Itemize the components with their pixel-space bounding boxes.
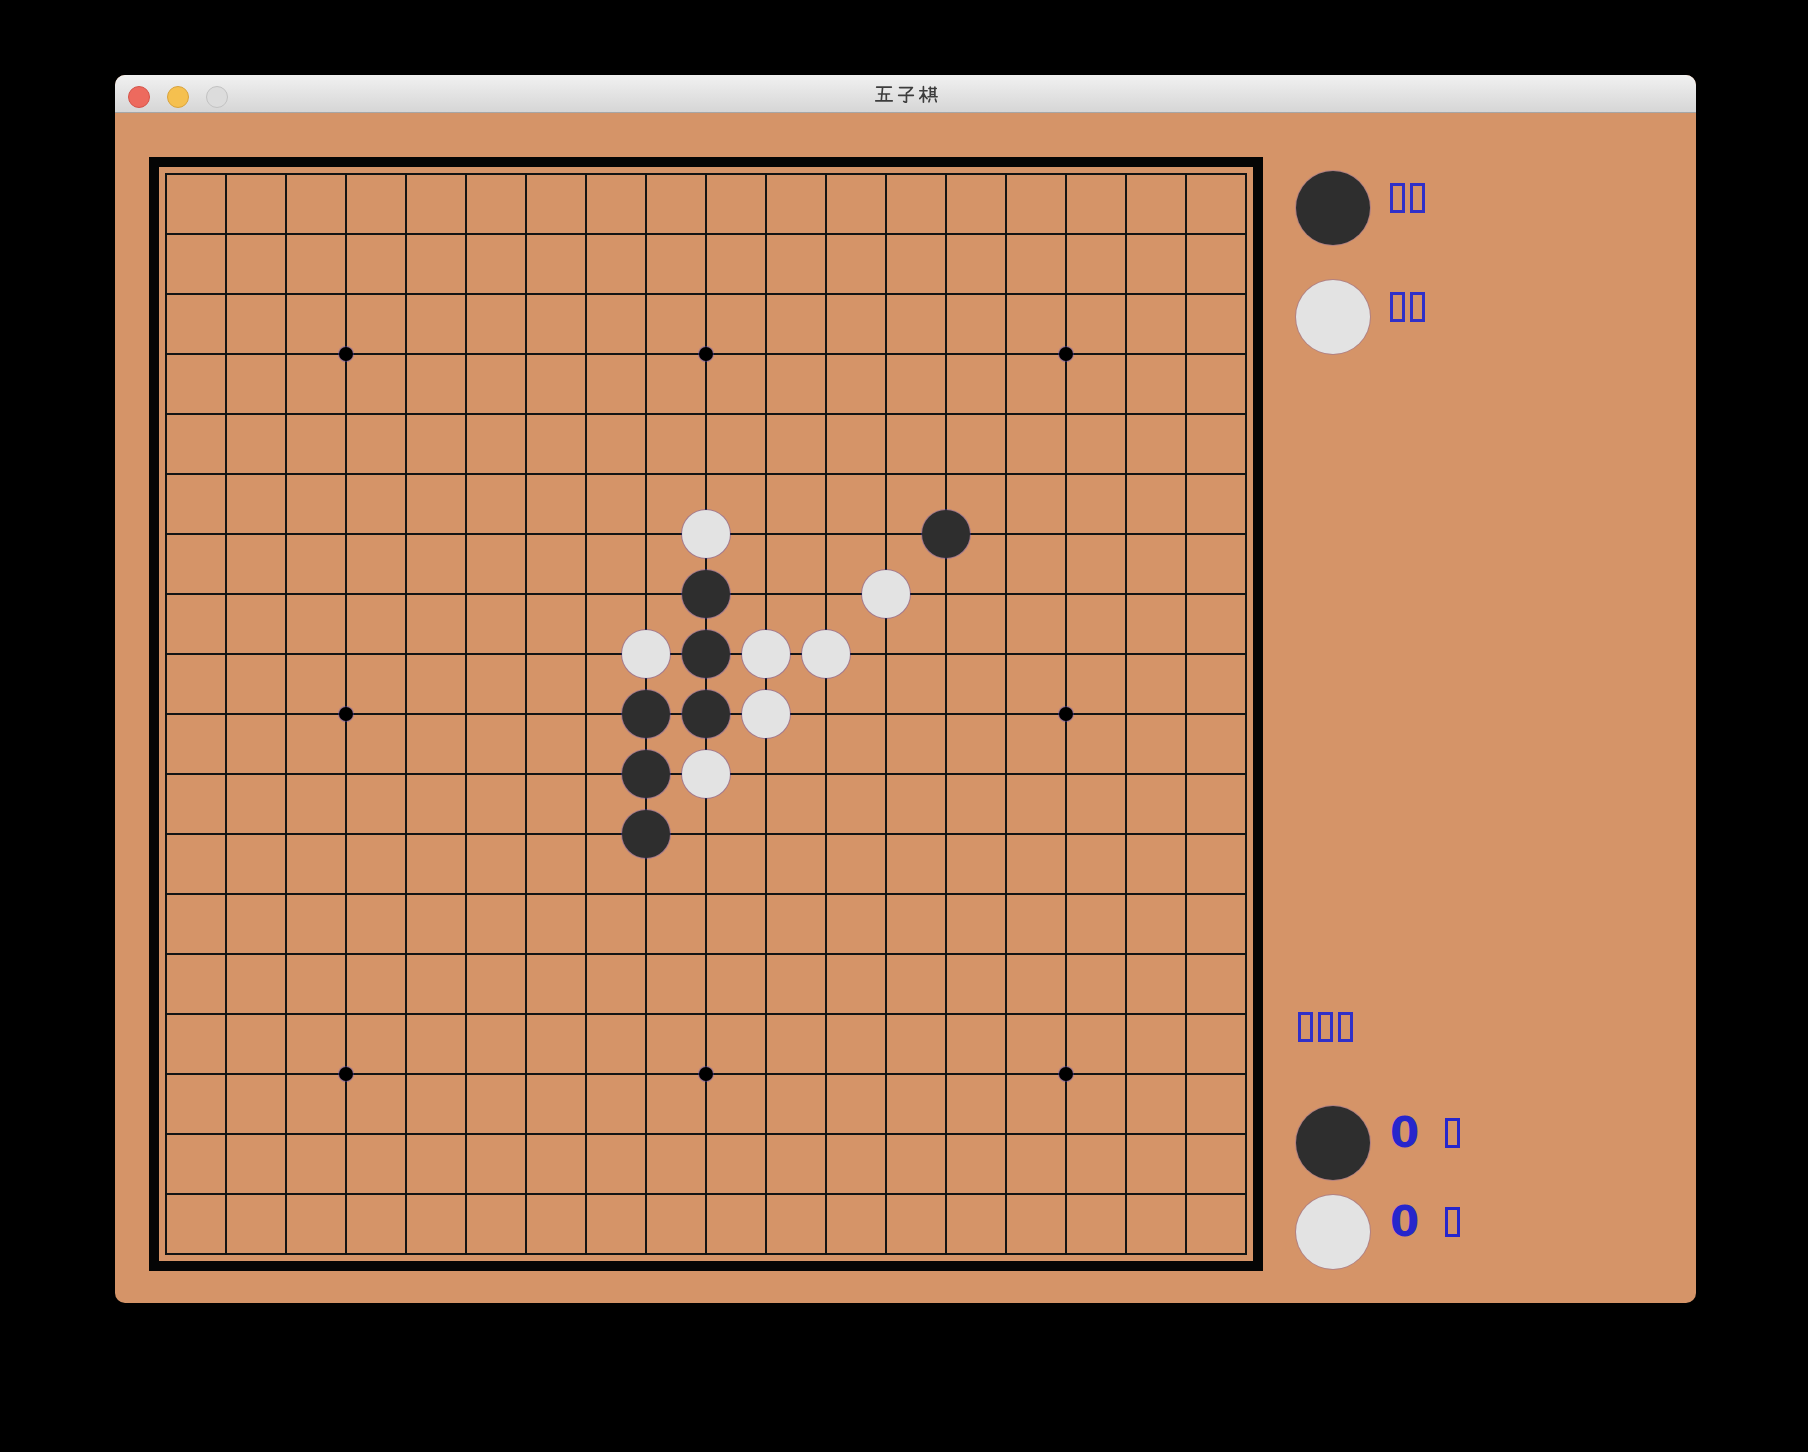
app-window: 五子棋 0 0 — [115, 75, 1696, 1303]
score-white-row: 0 — [1296, 1195, 1460, 1269]
board-grid — [136, 144, 1276, 1284]
white-stone — [742, 630, 790, 678]
score-black-row: 0 — [1296, 1106, 1460, 1180]
black-stone-icon — [1296, 1106, 1370, 1180]
black-stone — [682, 570, 730, 618]
score-black-value: 0 — [1390, 1112, 1460, 1154]
star-point — [339, 347, 353, 361]
titlebar: 五子棋 — [115, 75, 1696, 113]
black-stone — [922, 510, 970, 558]
white-stone — [742, 690, 790, 738]
white-stone — [622, 630, 670, 678]
star-point — [339, 707, 353, 721]
star-point — [699, 347, 713, 361]
star-point — [1059, 707, 1073, 721]
white-stone — [862, 570, 910, 618]
star-point — [1059, 347, 1073, 361]
player-black-indicator — [1296, 171, 1425, 245]
black-stone — [622, 690, 670, 738]
black-stone — [682, 630, 730, 678]
white-stone-icon — [1296, 1195, 1370, 1269]
star-point — [699, 1067, 713, 1081]
player-white-indicator — [1296, 280, 1425, 354]
score-white-value: 0 — [1390, 1201, 1460, 1243]
gomoku-board[interactable] — [149, 157, 1263, 1271]
star-point — [339, 1067, 353, 1081]
black-stone-icon — [1296, 171, 1370, 245]
window-title-glyphs — [873, 83, 939, 105]
window-title: 五子棋 — [115, 75, 1696, 112]
white-stone — [682, 750, 730, 798]
star-point — [1059, 1067, 1073, 1081]
white-stone — [802, 630, 850, 678]
black-stone — [622, 810, 670, 858]
black-stone — [622, 750, 670, 798]
board-grid-lines — [165, 173, 1247, 1255]
player-white-label — [1390, 292, 1425, 322]
white-stone — [682, 510, 730, 558]
white-stone-icon — [1296, 280, 1370, 354]
black-stone — [682, 690, 730, 738]
player-black-label — [1390, 183, 1425, 213]
score-title — [1298, 1012, 1353, 1042]
